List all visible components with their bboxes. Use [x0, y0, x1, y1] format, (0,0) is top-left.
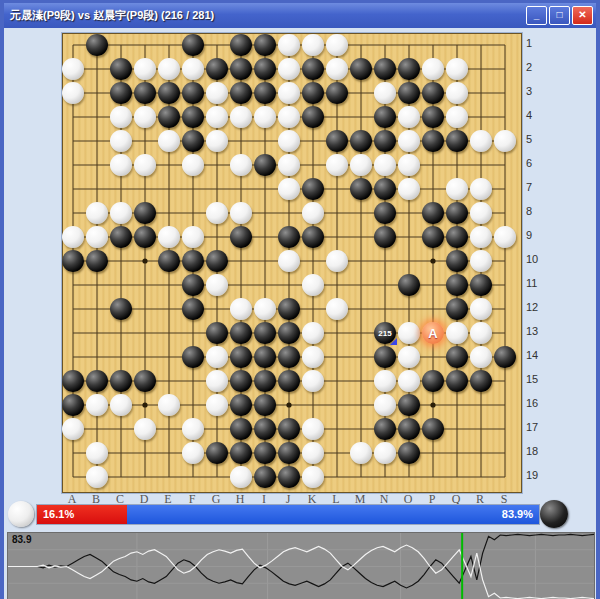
go-board[interactable]: 215A: [62, 33, 522, 493]
black-stone-H3: [230, 82, 252, 104]
white-stone-H4: [230, 106, 252, 128]
black-stone-I16: [254, 394, 276, 416]
white-stone-A2: [62, 58, 84, 80]
row-label-10: 10: [526, 253, 546, 265]
black-stone-F11: [182, 274, 204, 296]
white-stone-M18: [350, 442, 372, 464]
row-label-1: 1: [526, 37, 546, 49]
white-stone-G5: [206, 130, 228, 152]
white-stone-G11: [206, 274, 228, 296]
black-stone-A15: [62, 370, 84, 392]
white-stone-R10: [470, 250, 492, 272]
white-stone-B19: [86, 466, 108, 488]
black-stone-H13: [230, 322, 252, 344]
black-stone-L3: [326, 82, 348, 104]
black-stone-O16: [398, 394, 420, 416]
black-stone-D3: [134, 82, 156, 104]
black-stone-J18: [278, 442, 300, 464]
black-stone-K9: [302, 226, 324, 248]
graph-winrate-label: 83.9: [12, 534, 31, 545]
row-label-13: 13: [526, 325, 546, 337]
window-title: 元晟溱(P9段) vs 赵晨宇(P9段) (216 / 281): [4, 8, 214, 23]
black-stone-K7: [302, 178, 324, 200]
black-stone-C12: [110, 298, 132, 320]
black-stone-N13: 215: [374, 322, 396, 344]
row-label-2: 2: [526, 61, 546, 73]
black-stone-F12: [182, 298, 204, 320]
black-stone-F4: [182, 106, 204, 128]
white-stone-R13: [470, 322, 492, 344]
black-stone-Q5: [446, 130, 468, 152]
maximize-button[interactable]: □: [549, 6, 570, 25]
black-stone-A10: [62, 250, 84, 272]
last-move-triangle-icon: [390, 338, 397, 345]
black-stone-H17: [230, 418, 252, 440]
white-stone-G14: [206, 346, 228, 368]
black-stone-P5: [422, 130, 444, 152]
minimize-button[interactable]: _: [526, 6, 547, 25]
black-stone-H14: [230, 346, 252, 368]
black-stone-J9: [278, 226, 300, 248]
black-stone-I2: [254, 58, 276, 80]
black-stone-L5: [326, 130, 348, 152]
black-stone-J19: [278, 466, 300, 488]
client-area: 215A ABCDEFGHIJKLMNOPQRS1234567891011121…: [4, 28, 596, 599]
black-stone-J13: [278, 322, 300, 344]
black-stone-N17: [374, 418, 396, 440]
white-stone-R5: [470, 130, 492, 152]
black-stone-E4: [158, 106, 180, 128]
white-stone-N15: [374, 370, 396, 392]
white-stone-D2: [134, 58, 156, 80]
white-stone-K1: [302, 34, 324, 56]
black-stone-N9: [374, 226, 396, 248]
black-stone-I18: [254, 442, 276, 464]
black-stone-Q10: [446, 250, 468, 272]
candidate-move-marker-P13[interactable]: A: [422, 322, 444, 344]
white-winrate-segment: 16.1%: [37, 505, 127, 524]
white-stone-I12: [254, 298, 276, 320]
black-stone-I19: [254, 466, 276, 488]
black-stone-M5: [350, 130, 372, 152]
white-stone-M6: [350, 154, 372, 176]
white-stone-D6: [134, 154, 156, 176]
black-stone-I6: [254, 154, 276, 176]
white-stone-K8: [302, 202, 324, 224]
white-stone-A17: [62, 418, 84, 440]
white-stone-R7: [470, 178, 492, 200]
white-stone-H19: [230, 466, 252, 488]
row-label-11: 11: [526, 277, 546, 289]
white-stone-K18: [302, 442, 324, 464]
white-stone-G16: [206, 394, 228, 416]
winrate-track: 16.1% 83.9%: [36, 504, 540, 525]
white-stone-J5: [278, 130, 300, 152]
black-stone-G10: [206, 250, 228, 272]
black-stone-E10: [158, 250, 180, 272]
black-stone-H1: [230, 34, 252, 56]
black-stone-Q12: [446, 298, 468, 320]
white-stone-B16: [86, 394, 108, 416]
white-stone-S9: [494, 226, 516, 248]
white-stone-F17: [182, 418, 204, 440]
black-stone-I3: [254, 82, 276, 104]
white-stone-J7: [278, 178, 300, 200]
black-stone-I14: [254, 346, 276, 368]
white-stone-Q7: [446, 178, 468, 200]
white-stone-H8: [230, 202, 252, 224]
title-bar[interactable]: 元晟溱(P9段) vs 赵晨宇(P9段) (216 / 281) _ □ ✕: [4, 3, 596, 28]
black-stone-O18: [398, 442, 420, 464]
black-stone-J15: [278, 370, 300, 392]
black-stone-N14: [374, 346, 396, 368]
black-stone-I15: [254, 370, 276, 392]
white-stone-E2: [158, 58, 180, 80]
black-stone-C9: [110, 226, 132, 248]
black-stone-G18: [206, 442, 228, 464]
black-stone-N7: [374, 178, 396, 200]
white-stone-C4: [110, 106, 132, 128]
white-stone-J2: [278, 58, 300, 80]
white-stone-P2: [422, 58, 444, 80]
black-stone-C2: [110, 58, 132, 80]
row-label-5: 5: [526, 133, 546, 145]
white-stone-G3: [206, 82, 228, 104]
white-stone-E9: [158, 226, 180, 248]
white-stone-Q13: [446, 322, 468, 344]
white-stone-icon: [8, 501, 34, 527]
black-stone-D15: [134, 370, 156, 392]
row-label-15: 15: [526, 373, 546, 385]
black-stone-F14: [182, 346, 204, 368]
black-stone-Q14: [446, 346, 468, 368]
black-stone-I17: [254, 418, 276, 440]
row-label-3: 3: [526, 85, 546, 97]
black-stone-R11: [470, 274, 492, 296]
row-label-16: 16: [526, 397, 546, 409]
white-stone-L6: [326, 154, 348, 176]
row-label-4: 4: [526, 109, 546, 121]
white-stone-Q2: [446, 58, 468, 80]
white-stone-O15: [398, 370, 420, 392]
white-stone-O6: [398, 154, 420, 176]
black-stone-F3: [182, 82, 204, 104]
black-stone-M2: [350, 58, 372, 80]
white-stone-E5: [158, 130, 180, 152]
white-stone-J1: [278, 34, 300, 56]
white-stone-H6: [230, 154, 252, 176]
black-stone-O17: [398, 418, 420, 440]
white-stone-F6: [182, 154, 204, 176]
white-stone-K15: [302, 370, 324, 392]
white-stone-J4: [278, 106, 300, 128]
white-stone-A3: [62, 82, 84, 104]
black-stone-I1: [254, 34, 276, 56]
black-stone-B1: [86, 34, 108, 56]
black-stone-P4: [422, 106, 444, 128]
black-stone-P8: [422, 202, 444, 224]
white-stone-G15: [206, 370, 228, 392]
black-stone-B15: [86, 370, 108, 392]
black-stone-F10: [182, 250, 204, 272]
white-stone-J10: [278, 250, 300, 272]
white-stone-O5: [398, 130, 420, 152]
white-stone-K14: [302, 346, 324, 368]
white-stone-G4: [206, 106, 228, 128]
black-stone-R15: [470, 370, 492, 392]
white-stone-K17: [302, 418, 324, 440]
white-stone-N16: [374, 394, 396, 416]
white-stone-L1: [326, 34, 348, 56]
white-stone-O4: [398, 106, 420, 128]
white-stone-B9: [86, 226, 108, 248]
white-stone-N18: [374, 442, 396, 464]
black-stone-S14: [494, 346, 516, 368]
black-stone-H15: [230, 370, 252, 392]
close-button[interactable]: ✕: [572, 6, 593, 25]
white-stone-H12: [230, 298, 252, 320]
white-stone-L2: [326, 58, 348, 80]
window-controls: _ □ ✕: [526, 6, 596, 25]
row-label-7: 7: [526, 181, 546, 193]
white-stone-G8: [206, 202, 228, 224]
white-stone-K13: [302, 322, 324, 344]
white-stone-C5: [110, 130, 132, 152]
white-stone-K19: [302, 466, 324, 488]
white-stone-C8: [110, 202, 132, 224]
white-stone-R12: [470, 298, 492, 320]
winrate-graph[interactable]: 83.9: [7, 532, 595, 599]
white-stone-B8: [86, 202, 108, 224]
black-stone-C3: [110, 82, 132, 104]
row-label-6: 6: [526, 157, 546, 169]
white-stone-F18: [182, 442, 204, 464]
row-label-9: 9: [526, 229, 546, 241]
white-stone-R8: [470, 202, 492, 224]
black-stone-D9: [134, 226, 156, 248]
black-stone-N8: [374, 202, 396, 224]
white-stone-N6: [374, 154, 396, 176]
black-stone-N4: [374, 106, 396, 128]
white-stone-O14: [398, 346, 420, 368]
black-stone-G13: [206, 322, 228, 344]
row-label-18: 18: [526, 445, 546, 457]
white-stone-R14: [470, 346, 492, 368]
black-stone-K4: [302, 106, 324, 128]
white-stone-B18: [86, 442, 108, 464]
black-stone-M7: [350, 178, 372, 200]
black-stone-N2: [374, 58, 396, 80]
white-stone-A9: [62, 226, 84, 248]
black-stone-B10: [86, 250, 108, 272]
black-stone-J17: [278, 418, 300, 440]
black-stone-O3: [398, 82, 420, 104]
white-stone-J6: [278, 154, 300, 176]
black-stone-O11: [398, 274, 420, 296]
white-stone-I4: [254, 106, 276, 128]
black-stone-H2: [230, 58, 252, 80]
white-stone-L10: [326, 250, 348, 272]
white-stone-Q3: [446, 82, 468, 104]
white-stone-C16: [110, 394, 132, 416]
black-stone-Q8: [446, 202, 468, 224]
black-winrate-segment: 83.9%: [127, 505, 539, 524]
white-stone-C6: [110, 154, 132, 176]
black-stone-G2: [206, 58, 228, 80]
black-stone-icon: [540, 500, 568, 528]
black-stone-Q11: [446, 274, 468, 296]
white-stone-F9: [182, 226, 204, 248]
white-stone-R9: [470, 226, 492, 248]
black-stone-P15: [422, 370, 444, 392]
white-stone-O7: [398, 178, 420, 200]
white-stone-S5: [494, 130, 516, 152]
black-stone-O2: [398, 58, 420, 80]
black-stone-J12: [278, 298, 300, 320]
black-stone-D8: [134, 202, 156, 224]
winrate-bar: 16.1% 83.9%: [4, 500, 596, 530]
black-stone-F1: [182, 34, 204, 56]
black-stone-I13: [254, 322, 276, 344]
white-stone-L12: [326, 298, 348, 320]
row-label-17: 17: [526, 421, 546, 433]
white-stone-Q4: [446, 106, 468, 128]
black-stone-E3: [158, 82, 180, 104]
black-stone-P3: [422, 82, 444, 104]
black-stone-C15: [110, 370, 132, 392]
black-stone-P9: [422, 226, 444, 248]
row-label-19: 19: [526, 469, 546, 481]
white-stone-J3: [278, 82, 300, 104]
row-label-12: 12: [526, 301, 546, 313]
white-stone-O13: [398, 322, 420, 344]
white-stone-F2: [182, 58, 204, 80]
black-stone-K2: [302, 58, 324, 80]
black-stone-Q9: [446, 226, 468, 248]
black-stone-Q15: [446, 370, 468, 392]
black-stone-H18: [230, 442, 252, 464]
black-stone-A16: [62, 394, 84, 416]
row-label-8: 8: [526, 205, 546, 217]
row-label-14: 14: [526, 349, 546, 361]
white-stone-K11: [302, 274, 324, 296]
black-stone-N5: [374, 130, 396, 152]
black-stone-H9: [230, 226, 252, 248]
black-stone-P17: [422, 418, 444, 440]
black-stone-H16: [230, 394, 252, 416]
black-stone-J14: [278, 346, 300, 368]
white-stone-D17: [134, 418, 156, 440]
black-stone-F5: [182, 130, 204, 152]
black-stone-K3: [302, 82, 324, 104]
white-stone-D4: [134, 106, 156, 128]
white-stone-E16: [158, 394, 180, 416]
white-stone-N3: [374, 82, 396, 104]
